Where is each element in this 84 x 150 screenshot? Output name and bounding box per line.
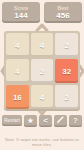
theme-button[interactable] (54, 115, 67, 127)
tile-value: 4 (15, 41, 19, 50)
tile-value: 16 (13, 93, 22, 102)
help-button[interactable]: ? (69, 115, 82, 127)
score-box: Score 144 (2, 2, 40, 23)
swipe-hint-note: Note: If swipe not works, use buttons to… (0, 137, 84, 147)
share-button[interactable]: < (39, 115, 52, 127)
board-grid: 44242321642 (4, 31, 80, 111)
tile-2: 2 (55, 33, 78, 57)
rate-button[interactable]: ★ (24, 115, 37, 127)
score-label: Score (14, 6, 28, 11)
game-2048-app: Score 144 Best 456 (0, 0, 84, 150)
tile-value: 2 (64, 41, 68, 50)
restart-button[interactable]: Restart (2, 115, 22, 126)
tile-value: 32 (62, 67, 71, 76)
tile-value: 4 (15, 67, 19, 76)
best-label: Best (58, 6, 69, 11)
tile-2: 2 (55, 85, 78, 109)
scoreboard: Score 144 Best 456 (2, 2, 82, 23)
best-value: 456 (56, 12, 69, 20)
brush-icon (56, 115, 65, 126)
tile-value: 4 (40, 93, 44, 102)
tile-value: 2 (40, 67, 44, 76)
tile-value: 4 (40, 41, 44, 50)
tile-value: 2 (64, 93, 68, 102)
score-value: 144 (14, 12, 27, 20)
tile-16: 16 (6, 85, 29, 109)
tile-4: 4 (6, 59, 29, 83)
tile-4: 4 (31, 33, 54, 57)
star-icon: ★ (27, 117, 33, 124)
tile-32: 32 (55, 59, 78, 83)
question-mark-icon: ? (73, 117, 77, 124)
tile-4: 4 (31, 85, 54, 109)
best-box: Best 456 (44, 2, 82, 23)
tile-4: 4 (6, 33, 29, 57)
tile-2: 2 (31, 59, 54, 83)
share-icon: < (43, 117, 48, 125)
